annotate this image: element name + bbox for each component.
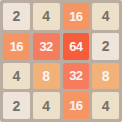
tile-r3c3: 4 xyxy=(92,92,119,119)
tile-r0c3: 4 xyxy=(92,3,119,30)
game-board-2048[interactable]: 2 4 16 4 16 32 64 2 4 8 32 8 2 4 16 4 xyxy=(0,0,122,122)
tile-r3c2: 16 xyxy=(63,92,90,119)
tile-r1c2: 64 xyxy=(63,33,90,60)
tile-r1c1: 32 xyxy=(33,33,60,60)
tile-r0c1: 4 xyxy=(33,3,60,30)
tile-r2c0: 4 xyxy=(3,63,30,90)
tile-r2c2: 32 xyxy=(63,63,90,90)
tile-r1c3: 2 xyxy=(92,33,119,60)
tile-r1c0: 16 xyxy=(3,33,30,60)
tile-r3c1: 4 xyxy=(33,92,60,119)
tile-r0c0: 2 xyxy=(3,3,30,30)
tile-r0c2: 16 xyxy=(63,3,90,30)
tile-r2c1: 8 xyxy=(33,63,60,90)
tile-r3c0: 2 xyxy=(3,92,30,119)
tile-r2c3: 8 xyxy=(92,63,119,90)
